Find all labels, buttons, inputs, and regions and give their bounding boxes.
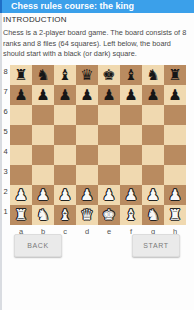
square-f7: ♟	[120, 85, 142, 105]
square-c6	[54, 105, 76, 125]
square-c8: ♝	[54, 65, 76, 85]
rank-label-7: 7	[1, 85, 10, 105]
file-label-d: d	[76, 226, 98, 237]
black-queen-piece: ♛	[80, 65, 93, 85]
square-a6	[10, 105, 32, 125]
square-c1: ♝	[54, 205, 76, 225]
file-label-e: e	[98, 226, 120, 237]
chess-board-area: 87654321 ♜♞♝♛♚♝♞♜♟♟♟♟♟♟♟♟♟♟♟♟♟♟♟♟♜♞♝♛♚♝♞…	[0, 65, 194, 237]
square-h3	[164, 165, 186, 185]
rank-label-6: 6	[1, 105, 10, 125]
app-window: Chess rules course: the king INTRODUCTIO…	[0, 0, 194, 310]
square-d5	[76, 125, 98, 145]
square-e5	[98, 125, 120, 145]
square-e7: ♟	[98, 85, 120, 105]
rank-label-3: 3	[1, 165, 10, 185]
square-g6	[142, 105, 164, 125]
black-pawn-piece: ♟	[80, 85, 93, 105]
rank-labels: 87654321	[1, 65, 10, 225]
square-b5	[32, 125, 54, 145]
black-pawn-piece: ♟	[36, 85, 49, 105]
square-b4	[32, 145, 54, 165]
white-pawn-piece: ♟	[36, 185, 49, 205]
square-e6	[98, 105, 120, 125]
black-bishop-piece: ♝	[124, 65, 137, 85]
square-b3	[32, 165, 54, 185]
square-f1: ♝	[120, 205, 142, 225]
black-pawn-piece: ♟	[14, 85, 27, 105]
white-pawn-piece: ♟	[80, 185, 93, 205]
intro-paragraph: Chess is a 2-player board game. The boar…	[3, 28, 191, 60]
square-a8: ♜	[10, 65, 32, 85]
white-pawn-piece: ♟	[168, 185, 181, 205]
rank-label-8: 8	[1, 65, 10, 85]
chess-board: ♜♞♝♛♚♝♞♜♟♟♟♟♟♟♟♟♟♟♟♟♟♟♟♟♜♞♝♛♚♝♞♜	[10, 65, 186, 225]
square-e3	[98, 165, 120, 185]
rank-label-1: 1	[1, 205, 10, 225]
square-h6	[164, 105, 186, 125]
square-a7: ♟	[10, 85, 32, 105]
black-pawn-piece: ♟	[58, 85, 71, 105]
white-bishop-piece: ♝	[58, 205, 71, 225]
square-b8: ♞	[32, 65, 54, 85]
page-title: Chess rules course: the king	[11, 1, 134, 11]
square-e1: ♚	[98, 205, 120, 225]
square-c7: ♟	[54, 85, 76, 105]
square-d8: ♛	[76, 65, 98, 85]
square-f6	[120, 105, 142, 125]
white-pawn-piece: ♟	[102, 185, 115, 205]
rank-label-5: 5	[1, 125, 10, 145]
square-a3	[10, 165, 32, 185]
square-g4	[142, 145, 164, 165]
black-pawn-piece: ♟	[146, 85, 159, 105]
black-pawn-piece: ♟	[124, 85, 137, 105]
square-b7: ♟	[32, 85, 54, 105]
square-d2: ♟	[76, 185, 98, 205]
square-g1: ♞	[142, 205, 164, 225]
square-d3	[76, 165, 98, 185]
square-g3	[142, 165, 164, 185]
square-e2: ♟	[98, 185, 120, 205]
black-rook-piece: ♜	[14, 65, 27, 85]
white-queen-piece: ♛	[80, 205, 93, 225]
square-f2: ♟	[120, 185, 142, 205]
left-edge-strip-header	[0, 0, 2, 13]
square-d6	[76, 105, 98, 125]
white-pawn-piece: ♟	[124, 185, 137, 205]
square-g5	[142, 125, 164, 145]
square-f5	[120, 125, 142, 145]
square-b1: ♞	[32, 205, 54, 225]
square-h1: ♜	[164, 205, 186, 225]
white-pawn-piece: ♟	[58, 185, 71, 205]
app-header: Chess rules course: the king	[0, 0, 194, 13]
section-title: INTRODUCTION	[3, 15, 67, 24]
white-king-piece: ♚	[102, 205, 115, 225]
square-h4	[164, 145, 186, 165]
square-c5	[54, 125, 76, 145]
black-pawn-piece: ♟	[168, 85, 181, 105]
square-g7: ♟	[142, 85, 164, 105]
square-b2: ♟	[32, 185, 54, 205]
square-a1: ♜	[10, 205, 32, 225]
white-knight-piece: ♞	[146, 205, 159, 225]
black-bishop-piece: ♝	[58, 65, 71, 85]
square-b6	[32, 105, 54, 125]
rank-label-2: 2	[1, 185, 10, 205]
square-c4	[54, 145, 76, 165]
square-c2: ♟	[54, 185, 76, 205]
square-d7: ♟	[76, 85, 98, 105]
square-e8: ♚	[98, 65, 120, 85]
square-f8: ♝	[120, 65, 142, 85]
square-a2: ♟	[10, 185, 32, 205]
square-g2: ♟	[142, 185, 164, 205]
black-rook-piece: ♜	[168, 65, 181, 85]
white-pawn-piece: ♟	[14, 185, 27, 205]
square-d4	[76, 145, 98, 165]
white-pawn-piece: ♟	[146, 185, 159, 205]
black-king-piece: ♚	[102, 65, 115, 85]
square-e4	[98, 145, 120, 165]
square-h2: ♟	[164, 185, 186, 205]
square-g8: ♞	[142, 65, 164, 85]
back-button[interactable]: BACK	[14, 234, 62, 257]
white-knight-piece: ♞	[36, 205, 49, 225]
start-button[interactable]: START	[132, 234, 180, 257]
rank-label-4: 4	[1, 145, 10, 165]
square-h7: ♟	[164, 85, 186, 105]
square-a5	[10, 125, 32, 145]
square-d1: ♛	[76, 205, 98, 225]
black-knight-piece: ♞	[36, 65, 49, 85]
black-pawn-piece: ♟	[102, 85, 115, 105]
square-f3	[120, 165, 142, 185]
white-rook-piece: ♜	[14, 205, 27, 225]
black-knight-piece: ♞	[146, 65, 159, 85]
square-a4	[10, 145, 32, 165]
square-h5	[164, 125, 186, 145]
square-c3	[54, 165, 76, 185]
square-h8: ♜	[164, 65, 186, 85]
white-rook-piece: ♜	[168, 205, 181, 225]
square-f4	[120, 145, 142, 165]
white-bishop-piece: ♝	[124, 205, 137, 225]
